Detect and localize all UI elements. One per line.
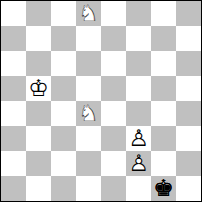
white-king-icon: ♔ (26, 76, 51, 101)
square-d1[interactable] (76, 176, 101, 201)
square-a1[interactable] (1, 176, 26, 201)
white-pawn-icon: ♙ (126, 126, 151, 151)
square-f4[interactable] (126, 101, 151, 126)
square-f1[interactable] (126, 176, 151, 201)
square-c7[interactable] (51, 26, 76, 51)
square-d8[interactable]: ♞♘ (76, 1, 101, 26)
square-b5[interactable]: ♚♔ (26, 76, 51, 101)
square-c8[interactable] (51, 1, 76, 26)
square-f8[interactable] (126, 1, 151, 26)
square-a2[interactable] (1, 151, 26, 176)
square-g1[interactable]: ♚♚ (151, 176, 176, 201)
square-c3[interactable] (51, 126, 76, 151)
square-g6[interactable] (151, 51, 176, 76)
square-g2[interactable] (151, 151, 176, 176)
square-e3[interactable] (101, 126, 126, 151)
square-a6[interactable] (1, 51, 26, 76)
square-d6[interactable] (76, 51, 101, 76)
square-b1[interactable] (26, 176, 51, 201)
chess-board: ♞♘♚♔♞♘♟♙♟♙♚♚ (1, 1, 201, 201)
square-f7[interactable] (126, 26, 151, 51)
square-b3[interactable] (26, 126, 51, 151)
square-c5[interactable] (51, 76, 76, 101)
square-e7[interactable] (101, 26, 126, 51)
square-g5[interactable] (151, 76, 176, 101)
square-f2[interactable]: ♟♙ (126, 151, 151, 176)
square-h1[interactable] (176, 176, 201, 201)
piece-white-pawn-f2[interactable]: ♟♙ (126, 151, 151, 176)
square-h7[interactable] (176, 26, 201, 51)
square-b7[interactable] (26, 26, 51, 51)
square-f3[interactable]: ♟♙ (126, 126, 151, 151)
white-knight-icon: ♘ (76, 101, 101, 126)
square-g7[interactable] (151, 26, 176, 51)
square-c2[interactable] (51, 151, 76, 176)
square-b2[interactable] (26, 151, 51, 176)
piece-white-king-b5[interactable]: ♚♔ (26, 76, 51, 101)
square-d7[interactable] (76, 26, 101, 51)
chess-board-frame: ♞♘♚♔♞♘♟♙♟♙♚♚ (0, 0, 202, 202)
square-a8[interactable] (1, 1, 26, 26)
square-a3[interactable] (1, 126, 26, 151)
piece-black-king-g1[interactable]: ♚♚ (151, 176, 176, 201)
square-f5[interactable] (126, 76, 151, 101)
square-b8[interactable] (26, 1, 51, 26)
square-c6[interactable] (51, 51, 76, 76)
piece-white-knight-d4[interactable]: ♞♘ (76, 101, 101, 126)
square-h6[interactable] (176, 51, 201, 76)
square-a7[interactable] (1, 26, 26, 51)
white-pawn-icon: ♙ (126, 151, 151, 176)
square-d3[interactable] (76, 126, 101, 151)
square-e6[interactable] (101, 51, 126, 76)
square-d2[interactable] (76, 151, 101, 176)
square-a5[interactable] (1, 76, 26, 101)
square-c1[interactable] (51, 176, 76, 201)
white-knight-icon: ♘ (76, 1, 101, 26)
square-d5[interactable] (76, 76, 101, 101)
square-b4[interactable] (26, 101, 51, 126)
piece-white-knight-d8[interactable]: ♞♘ (76, 1, 101, 26)
square-e5[interactable] (101, 76, 126, 101)
piece-white-pawn-f3[interactable]: ♟♙ (126, 126, 151, 151)
black-king-icon: ♚ (151, 176, 176, 201)
square-f6[interactable] (126, 51, 151, 76)
square-h3[interactable] (176, 126, 201, 151)
square-h4[interactable] (176, 101, 201, 126)
square-e8[interactable] (101, 1, 126, 26)
square-e1[interactable] (101, 176, 126, 201)
square-e4[interactable] (101, 101, 126, 126)
square-d4[interactable]: ♞♘ (76, 101, 101, 126)
square-h5[interactable] (176, 76, 201, 101)
square-a4[interactable] (1, 101, 26, 126)
square-h2[interactable] (176, 151, 201, 176)
square-e2[interactable] (101, 151, 126, 176)
square-c4[interactable] (51, 101, 76, 126)
square-b6[interactable] (26, 51, 51, 76)
square-h8[interactable] (176, 1, 201, 26)
square-g8[interactable] (151, 1, 176, 26)
square-g3[interactable] (151, 126, 176, 151)
square-g4[interactable] (151, 101, 176, 126)
